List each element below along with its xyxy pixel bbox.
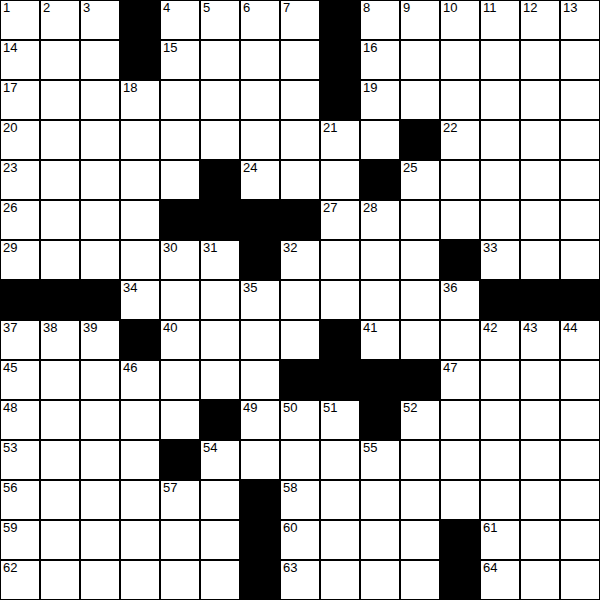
- white-cell-r11c0[interactable]: 53: [1, 441, 39, 479]
- clue-number-64: 64: [483, 561, 497, 575]
- clue-number-44: 44: [563, 321, 577, 335]
- white-cell-r4c2[interactable]: [81, 161, 119, 199]
- white-cell-r3c4[interactable]: [161, 121, 199, 159]
- white-cell-r11c13[interactable]: [521, 441, 559, 479]
- clue-number-10: 10: [443, 1, 457, 15]
- white-cell-r0c14[interactable]: 13: [561, 1, 599, 39]
- white-cell-r9c2[interactable]: [81, 361, 119, 399]
- clue-number-54: 54: [203, 441, 217, 455]
- white-cell-r11c10[interactable]: [401, 441, 439, 479]
- black-cell-r5c4: [161, 201, 199, 239]
- white-cell-r11c14[interactable]: [561, 441, 599, 479]
- clue-number-25: 25: [403, 161, 417, 175]
- white-cell-r12c5[interactable]: [201, 481, 239, 519]
- white-cell-r8c1[interactable]: 38: [41, 321, 79, 359]
- black-cell-r5c7: [281, 201, 319, 239]
- white-cell-r3c11[interactable]: 22: [441, 121, 479, 159]
- white-cell-r2c14[interactable]: [561, 81, 599, 119]
- white-cell-r11c9[interactable]: 55: [361, 441, 399, 479]
- clue-number-18: 18: [123, 81, 137, 95]
- white-cell-r14c14[interactable]: [561, 561, 599, 599]
- white-cell-r6c3[interactable]: [121, 241, 159, 279]
- white-cell-r11c11[interactable]: [441, 441, 479, 479]
- white-cell-r7c3[interactable]: 34: [121, 281, 159, 319]
- white-cell-r7c4[interactable]: [161, 281, 199, 319]
- white-cell-r8c7[interactable]: [281, 321, 319, 359]
- white-cell-r10c11[interactable]: [441, 401, 479, 439]
- white-cell-r14c8[interactable]: [321, 561, 359, 599]
- white-cell-r0c0[interactable]: 1: [1, 1, 39, 39]
- clue-number-46: 46: [123, 361, 137, 375]
- white-cell-r8c13[interactable]: 43: [521, 321, 559, 359]
- clue-number-27: 27: [323, 201, 337, 215]
- white-cell-r0c7[interactable]: 7: [281, 1, 319, 39]
- clue-number-26: 26: [3, 201, 17, 215]
- black-cell-r4c9: [361, 161, 399, 199]
- black-cell-r7c1: [41, 281, 79, 319]
- white-cell-r0c1[interactable]: 2: [41, 1, 79, 39]
- black-cell-r7c2: [81, 281, 119, 319]
- white-cell-r2c7[interactable]: [281, 81, 319, 119]
- clue-number-23: 23: [3, 161, 17, 175]
- white-cell-r5c1[interactable]: [41, 201, 79, 239]
- clue-number-8: 8: [363, 1, 370, 15]
- clue-number-20: 20: [3, 121, 17, 135]
- white-cell-r10c8[interactable]: 51: [321, 401, 359, 439]
- white-cell-r4c0[interactable]: 23: [1, 161, 39, 199]
- white-cell-r0c11[interactable]: 10: [441, 1, 479, 39]
- white-cell-r10c10[interactable]: 52: [401, 401, 439, 439]
- white-cell-r5c2[interactable]: [81, 201, 119, 239]
- white-cell-r12c14[interactable]: [561, 481, 599, 519]
- white-cell-r11c7[interactable]: [281, 441, 319, 479]
- white-cell-r14c10[interactable]: [401, 561, 439, 599]
- clue-number-30: 30: [163, 241, 177, 255]
- clue-number-58: 58: [283, 481, 297, 495]
- white-cell-r13c5[interactable]: [201, 521, 239, 559]
- white-cell-r1c2[interactable]: [81, 41, 119, 79]
- white-cell-r13c1[interactable]: [41, 521, 79, 559]
- clue-number-12: 12: [523, 1, 537, 15]
- white-cell-r8c10[interactable]: [401, 321, 439, 359]
- white-cell-r14c2[interactable]: [81, 561, 119, 599]
- white-cell-r10c4[interactable]: [161, 401, 199, 439]
- white-cell-r4c10[interactable]: 25: [401, 161, 439, 199]
- white-cell-r9c5[interactable]: [201, 361, 239, 399]
- clue-number-22: 22: [443, 121, 457, 135]
- clue-number-21: 21: [323, 121, 337, 135]
- white-cell-r2c4[interactable]: [161, 81, 199, 119]
- white-cell-r13c7[interactable]: 60: [281, 521, 319, 559]
- white-cell-r9c13[interactable]: [521, 361, 559, 399]
- clue-number-43: 43: [523, 321, 537, 335]
- white-cell-r2c5[interactable]: [201, 81, 239, 119]
- white-cell-r6c7[interactable]: 32: [281, 241, 319, 279]
- clue-number-29: 29: [3, 241, 17, 255]
- black-cell-r6c6: [241, 241, 279, 279]
- white-cell-r1c12[interactable]: [481, 41, 519, 79]
- black-cell-r5c5: [201, 201, 239, 239]
- white-cell-r12c11[interactable]: [441, 481, 479, 519]
- clue-number-61: 61: [483, 521, 497, 535]
- white-cell-r12c13[interactable]: [521, 481, 559, 519]
- white-cell-r10c12[interactable]: [481, 401, 519, 439]
- white-cell-r5c0[interactable]: 26: [1, 201, 39, 239]
- black-cell-r0c8: [321, 1, 359, 39]
- clue-number-4: 4: [163, 1, 170, 15]
- white-cell-r0c12[interactable]: 11: [481, 1, 519, 39]
- black-cell-r7c12: [481, 281, 519, 319]
- white-cell-r8c6[interactable]: [241, 321, 279, 359]
- white-cell-r2c9[interactable]: 19: [361, 81, 399, 119]
- black-cell-r11c4: [161, 441, 199, 479]
- white-cell-r10c13[interactable]: [521, 401, 559, 439]
- white-cell-r3c12[interactable]: [481, 121, 519, 159]
- white-cell-r4c6[interactable]: 24: [241, 161, 279, 199]
- clue-number-45: 45: [3, 361, 17, 375]
- white-cell-r4c3[interactable]: [121, 161, 159, 199]
- clue-number-28: 28: [363, 201, 377, 215]
- white-cell-r1c10[interactable]: [401, 41, 439, 79]
- black-cell-r9c7: [281, 361, 319, 399]
- white-cell-r8c12[interactable]: 42: [481, 321, 519, 359]
- clue-number-1: 1: [3, 1, 10, 15]
- white-cell-r9c0[interactable]: 45: [1, 361, 39, 399]
- white-cell-r6c1[interactable]: [41, 241, 79, 279]
- white-cell-r12c4[interactable]: 57: [161, 481, 199, 519]
- white-cell-r3c7[interactable]: [281, 121, 319, 159]
- crossword-board: 1234567891011121314151617181920212223242…: [0, 0, 600, 600]
- white-cell-r11c8[interactable]: [321, 441, 359, 479]
- clue-number-39: 39: [83, 321, 97, 335]
- white-cell-r4c14[interactable]: [561, 161, 599, 199]
- white-cell-r1c14[interactable]: [561, 41, 599, 79]
- white-cell-r5c11[interactable]: [441, 201, 479, 239]
- white-cell-r9c14[interactable]: [561, 361, 599, 399]
- white-cell-r13c9[interactable]: [361, 521, 399, 559]
- black-cell-r1c8: [321, 41, 359, 79]
- white-cell-r0c10[interactable]: 9: [401, 1, 439, 39]
- white-cell-r2c2[interactable]: [81, 81, 119, 119]
- black-cell-r10c5: [201, 401, 239, 439]
- white-cell-r0c13[interactable]: 12: [521, 1, 559, 39]
- white-cell-r3c6[interactable]: [241, 121, 279, 159]
- clue-number-55: 55: [363, 441, 377, 455]
- white-cell-r1c6[interactable]: [241, 41, 279, 79]
- white-cell-r6c4[interactable]: 30: [161, 241, 199, 279]
- clue-number-52: 52: [403, 401, 417, 415]
- white-cell-r12c7[interactable]: 58: [281, 481, 319, 519]
- black-cell-r2c8: [321, 81, 359, 119]
- white-cell-r6c12[interactable]: 33: [481, 241, 519, 279]
- clue-number-7: 7: [283, 1, 290, 15]
- clue-number-56: 56: [3, 481, 17, 495]
- white-cell-r5c14[interactable]: [561, 201, 599, 239]
- white-cell-r2c12[interactable]: [481, 81, 519, 119]
- white-cell-r4c1[interactable]: [41, 161, 79, 199]
- white-cell-r6c14[interactable]: [561, 241, 599, 279]
- black-cell-r13c6: [241, 521, 279, 559]
- white-cell-r6c5[interactable]: 31: [201, 241, 239, 279]
- black-cell-r7c0: [1, 281, 39, 319]
- white-cell-r0c2[interactable]: 3: [81, 1, 119, 39]
- white-cell-r14c7[interactable]: 63: [281, 561, 319, 599]
- white-cell-r11c3[interactable]: [121, 441, 159, 479]
- white-cell-r13c14[interactable]: [561, 521, 599, 559]
- clue-number-32: 32: [283, 241, 297, 255]
- black-cell-r4c5: [201, 161, 239, 199]
- clue-number-36: 36: [443, 281, 457, 295]
- clue-number-47: 47: [443, 361, 457, 375]
- clue-number-17: 17: [3, 81, 17, 95]
- white-cell-r4c7[interactable]: [281, 161, 319, 199]
- white-cell-r14c4[interactable]: [161, 561, 199, 599]
- clue-number-53: 53: [3, 441, 17, 455]
- white-cell-r10c0[interactable]: 48: [1, 401, 39, 439]
- clue-number-13: 13: [563, 1, 577, 15]
- white-cell-r11c2[interactable]: [81, 441, 119, 479]
- clue-number-63: 63: [283, 561, 297, 575]
- black-cell-r7c13: [521, 281, 559, 319]
- clue-number-42: 42: [483, 321, 497, 335]
- white-cell-r10c2[interactable]: [81, 401, 119, 439]
- black-cell-r10c9: [361, 401, 399, 439]
- white-cell-r8c0[interactable]: 37: [1, 321, 39, 359]
- white-cell-r5c9[interactable]: 28: [361, 201, 399, 239]
- black-cell-r14c11: [441, 561, 479, 599]
- white-cell-r13c2[interactable]: [81, 521, 119, 559]
- white-cell-r4c12[interactable]: [481, 161, 519, 199]
- white-cell-r0c5[interactable]: 5: [201, 1, 239, 39]
- white-cell-r1c1[interactable]: [41, 41, 79, 79]
- black-cell-r0c3: [121, 1, 159, 39]
- black-cell-r1c3: [121, 41, 159, 79]
- white-cell-r7c10[interactable]: [401, 281, 439, 319]
- white-cell-r6c9[interactable]: [361, 241, 399, 279]
- white-cell-r12c0[interactable]: 56: [1, 481, 39, 519]
- clue-number-33: 33: [483, 241, 497, 255]
- white-cell-r8c2[interactable]: 39: [81, 321, 119, 359]
- white-cell-r10c7[interactable]: 50: [281, 401, 319, 439]
- white-cell-r3c8[interactable]: 21: [321, 121, 359, 159]
- white-cell-r14c9[interactable]: [361, 561, 399, 599]
- white-cell-r1c7[interactable]: [281, 41, 319, 79]
- white-cell-r9c11[interactable]: 47: [441, 361, 479, 399]
- white-cell-r3c2[interactable]: [81, 121, 119, 159]
- white-cell-r9c1[interactable]: [41, 361, 79, 399]
- white-cell-r2c0[interactable]: 17: [1, 81, 39, 119]
- clue-number-40: 40: [163, 321, 177, 335]
- clue-number-50: 50: [283, 401, 297, 415]
- white-cell-r7c11[interactable]: 36: [441, 281, 479, 319]
- clue-number-60: 60: [283, 521, 297, 535]
- white-cell-r10c1[interactable]: [41, 401, 79, 439]
- clue-number-34: 34: [123, 281, 137, 295]
- white-cell-r3c9[interactable]: [361, 121, 399, 159]
- white-cell-r13c12[interactable]: 61: [481, 521, 519, 559]
- clue-number-62: 62: [3, 561, 17, 575]
- white-cell-r0c9[interactable]: 8: [361, 1, 399, 39]
- clue-number-16: 16: [363, 41, 377, 55]
- white-cell-r2c3[interactable]: 18: [121, 81, 159, 119]
- white-cell-r12c2[interactable]: [81, 481, 119, 519]
- white-cell-r3c0[interactable]: 20: [1, 121, 39, 159]
- white-cell-r8c4[interactable]: 40: [161, 321, 199, 359]
- white-cell-r0c6[interactable]: 6: [241, 1, 279, 39]
- white-cell-r9c3[interactable]: 46: [121, 361, 159, 399]
- white-cell-r2c10[interactable]: [401, 81, 439, 119]
- clue-number-41: 41: [363, 321, 377, 335]
- white-cell-r1c13[interactable]: [521, 41, 559, 79]
- clue-number-57: 57: [163, 481, 177, 495]
- clue-number-38: 38: [43, 321, 57, 335]
- white-cell-r11c12[interactable]: [481, 441, 519, 479]
- clue-number-35: 35: [243, 281, 257, 295]
- white-cell-r12c1[interactable]: [41, 481, 79, 519]
- white-cell-r3c3[interactable]: [121, 121, 159, 159]
- white-cell-r8c11[interactable]: [441, 321, 479, 359]
- white-cell-r6c8[interactable]: [321, 241, 359, 279]
- clue-number-49: 49: [243, 401, 257, 415]
- white-cell-r6c2[interactable]: [81, 241, 119, 279]
- crossword-grid: 1234567891011121314151617181920212223242…: [1, 1, 599, 599]
- white-cell-r5c13[interactable]: [521, 201, 559, 239]
- black-cell-r8c8: [321, 321, 359, 359]
- clue-number-15: 15: [163, 41, 177, 55]
- white-cell-r14c1[interactable]: [41, 561, 79, 599]
- black-cell-r9c10: [401, 361, 439, 399]
- black-cell-r5c6: [241, 201, 279, 239]
- white-cell-r10c14[interactable]: [561, 401, 599, 439]
- white-cell-r1c11[interactable]: [441, 41, 479, 79]
- white-cell-r13c4[interactable]: [161, 521, 199, 559]
- white-cell-r8c9[interactable]: 41: [361, 321, 399, 359]
- white-cell-r1c5[interactable]: [201, 41, 239, 79]
- clue-number-14: 14: [3, 41, 17, 55]
- black-cell-r13c11: [441, 521, 479, 559]
- white-cell-r14c12[interactable]: 64: [481, 561, 519, 599]
- white-cell-r2c13[interactable]: [521, 81, 559, 119]
- white-cell-r13c8[interactable]: [321, 521, 359, 559]
- white-cell-r4c13[interactable]: [521, 161, 559, 199]
- white-cell-r1c9[interactable]: 16: [361, 41, 399, 79]
- white-cell-r12c8[interactable]: [321, 481, 359, 519]
- clue-number-5: 5: [203, 1, 210, 15]
- clue-number-3: 3: [83, 1, 90, 15]
- white-cell-r3c14[interactable]: [561, 121, 599, 159]
- white-cell-r3c5[interactable]: [201, 121, 239, 159]
- white-cell-r5c10[interactable]: [401, 201, 439, 239]
- white-cell-r12c3[interactable]: [121, 481, 159, 519]
- clue-number-51: 51: [323, 401, 337, 415]
- white-cell-r13c3[interactable]: [121, 521, 159, 559]
- white-cell-r10c3[interactable]: [121, 401, 159, 439]
- white-cell-r4c11[interactable]: [441, 161, 479, 199]
- white-cell-r9c4[interactable]: [161, 361, 199, 399]
- white-cell-r3c13[interactable]: [521, 121, 559, 159]
- white-cell-r13c13[interactable]: [521, 521, 559, 559]
- white-cell-r4c8[interactable]: [321, 161, 359, 199]
- white-cell-r14c0[interactable]: 62: [1, 561, 39, 599]
- white-cell-r3c1[interactable]: [41, 121, 79, 159]
- white-cell-r7c5[interactable]: [201, 281, 239, 319]
- white-cell-r9c6[interactable]: [241, 361, 279, 399]
- clue-number-37: 37: [3, 321, 17, 335]
- white-cell-r2c11[interactable]: [441, 81, 479, 119]
- white-cell-r6c13[interactable]: [521, 241, 559, 279]
- white-cell-r2c1[interactable]: [41, 81, 79, 119]
- clue-number-48: 48: [3, 401, 17, 415]
- white-cell-r12c12[interactable]: [481, 481, 519, 519]
- clue-number-11: 11: [483, 1, 497, 15]
- white-cell-r8c5[interactable]: [201, 321, 239, 359]
- white-cell-r6c0[interactable]: 29: [1, 241, 39, 279]
- clue-number-9: 9: [403, 1, 410, 15]
- black-cell-r9c8: [321, 361, 359, 399]
- white-cell-r5c12[interactable]: [481, 201, 519, 239]
- white-cell-r14c13[interactable]: [521, 561, 559, 599]
- black-cell-r12c6: [241, 481, 279, 519]
- white-cell-r11c6[interactable]: [241, 441, 279, 479]
- white-cell-r0c4[interactable]: 4: [161, 1, 199, 39]
- clue-number-31: 31: [203, 241, 217, 255]
- white-cell-r7c8[interactable]: [321, 281, 359, 319]
- clue-number-6: 6: [243, 1, 250, 15]
- white-cell-r9c12[interactable]: [481, 361, 519, 399]
- white-cell-r11c1[interactable]: [41, 441, 79, 479]
- clue-number-24: 24: [243, 161, 257, 175]
- white-cell-r8c14[interactable]: 44: [561, 321, 599, 359]
- black-cell-r6c11: [441, 241, 479, 279]
- black-cell-r7c14: [561, 281, 599, 319]
- white-cell-r13c0[interactable]: 59: [1, 521, 39, 559]
- white-cell-r2c6[interactable]: [241, 81, 279, 119]
- white-cell-r7c6[interactable]: 35: [241, 281, 279, 319]
- black-cell-r3c10: [401, 121, 439, 159]
- white-cell-r5c8[interactable]: 27: [321, 201, 359, 239]
- white-cell-r13c10[interactable]: [401, 521, 439, 559]
- white-cell-r12c10[interactable]: [401, 481, 439, 519]
- white-cell-r12c9[interactable]: [361, 481, 399, 519]
- white-cell-r1c0[interactable]: 14: [1, 41, 39, 79]
- white-cell-r6c10[interactable]: [401, 241, 439, 279]
- clue-number-59: 59: [3, 521, 17, 535]
- clue-number-2: 2: [43, 1, 50, 15]
- white-cell-r5c3[interactable]: [121, 201, 159, 239]
- white-cell-r1c4[interactable]: 15: [161, 41, 199, 79]
- black-cell-r14c6: [241, 561, 279, 599]
- black-cell-r8c3: [121, 321, 159, 359]
- black-cell-r9c9: [361, 361, 399, 399]
- clue-number-19: 19: [363, 81, 377, 95]
- white-cell-r14c5[interactable]: [201, 561, 239, 599]
- white-cell-r10c6[interactable]: 49: [241, 401, 279, 439]
- white-cell-r11c5[interactable]: 54: [201, 441, 239, 479]
- white-cell-r14c3[interactable]: [121, 561, 159, 599]
- white-cell-r7c9[interactable]: [361, 281, 399, 319]
- white-cell-r7c7[interactable]: [281, 281, 319, 319]
- white-cell-r4c4[interactable]: [161, 161, 199, 199]
